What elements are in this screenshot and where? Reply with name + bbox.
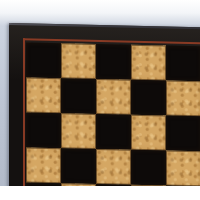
board-square-dark <box>166 116 200 152</box>
board-edge-highlight <box>9 23 200 30</box>
photo-bottom-margin <box>0 186 200 200</box>
board-square-dark <box>96 44 131 80</box>
board-grid <box>26 42 200 186</box>
board-square-light <box>166 81 200 117</box>
board-square-dark <box>131 150 166 186</box>
board-square-light <box>26 147 61 183</box>
board-square-dark <box>26 42 61 78</box>
board-square-light <box>131 45 166 81</box>
board-square-light <box>96 79 131 115</box>
photo-backdrop <box>0 0 200 186</box>
board-square-dark <box>96 114 131 150</box>
board-square-light <box>61 43 96 79</box>
board-square-dark <box>61 78 96 114</box>
board-square-dark <box>131 80 166 116</box>
board-square-dark <box>166 46 200 82</box>
board-square-light <box>26 77 61 113</box>
product-photo-canvas <box>0 0 200 200</box>
board-square-light <box>61 113 96 149</box>
board-square-light <box>166 151 200 186</box>
board-square-dark <box>61 148 96 184</box>
board-square-light <box>96 149 131 185</box>
board-square-dark <box>26 112 61 148</box>
board-square-light <box>131 115 166 151</box>
chessboard <box>9 23 200 186</box>
